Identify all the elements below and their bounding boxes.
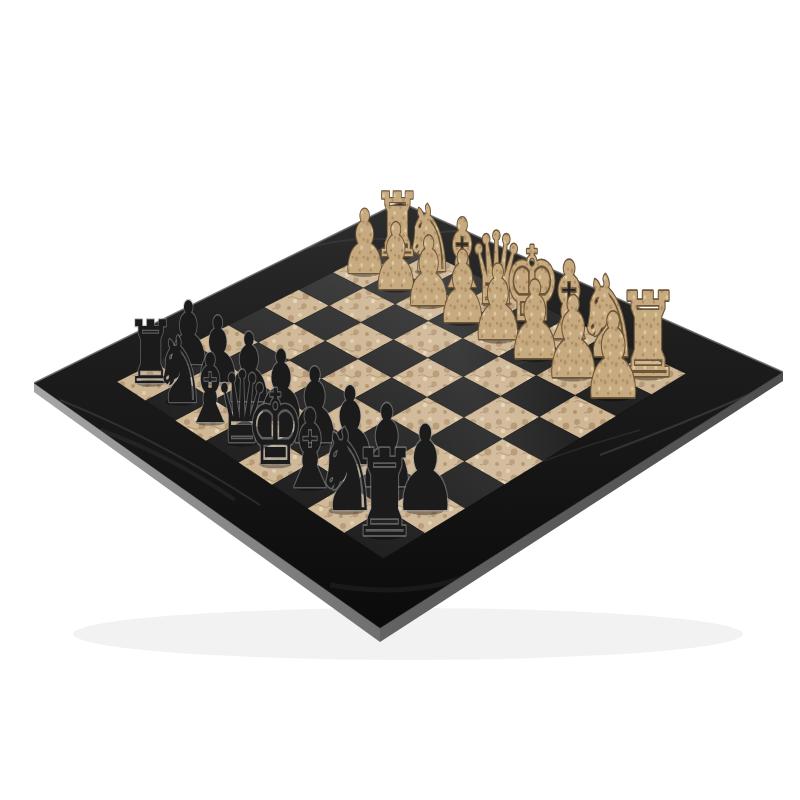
piece-black-rook-h8: ♜ [351,424,418,562]
chessboard: ♜♞♟♝♟♛♟♚♟♝♟♞♟♟♜♟♟♜♟♟♞♟♝♟♛♟♚♟♝♞♟♜ [0,0,800,800]
piece-white-pawn-h2: ♟ [580,287,646,424]
scene: ♜♞♟♝♟♛♟♚♟♝♟♞♟♟♜♟♟♜♟♟♞♟♝♟♛♟♚♟♝♞♟♜ [0,0,800,800]
